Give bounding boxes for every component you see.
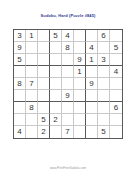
cell-r3c7-given: 1: [86, 54, 98, 66]
cell-r8c8-empty[interactable]: [98, 114, 110, 126]
cell-r2c4-empty[interactable]: [50, 42, 62, 54]
cell-r6c7-empty[interactable]: [86, 90, 98, 102]
cell-r3c8-given: 3: [98, 54, 110, 66]
cell-r5c9-empty[interactable]: [110, 78, 122, 90]
sudoku-sheet: Sudoku, Hard (Puzzle #845) 3154698455913…: [0, 0, 136, 176]
cell-r6c6-empty[interactable]: [74, 90, 86, 102]
cell-r9c9-empty[interactable]: [110, 126, 122, 138]
cell-r7c5-empty[interactable]: [62, 102, 74, 114]
cell-r9c1-given: 4: [14, 126, 26, 138]
cell-r6c8-empty[interactable]: [98, 90, 110, 102]
cell-r5c7-given: 9: [86, 78, 98, 90]
cell-r8c4-given: 2: [50, 114, 62, 126]
cell-r7c7-empty[interactable]: [86, 102, 98, 114]
cell-r5c5-empty[interactable]: [62, 78, 74, 90]
cell-r3c9-empty[interactable]: [110, 54, 122, 66]
cell-r8c7-empty[interactable]: [86, 114, 98, 126]
cell-r8c2-empty[interactable]: [26, 114, 38, 126]
cell-r8c5-empty[interactable]: [62, 114, 74, 126]
cell-r8c6-empty[interactable]: [74, 114, 86, 126]
cell-r3c1-given: 5: [14, 54, 26, 66]
cell-r8c3-given: 5: [38, 114, 50, 126]
cell-r4c7-empty[interactable]: [86, 66, 98, 78]
cell-r6c4-empty[interactable]: [50, 90, 62, 102]
cell-r8c9-empty[interactable]: [110, 114, 122, 126]
cell-r2c2-empty[interactable]: [26, 42, 38, 54]
cell-r6c9-empty[interactable]: [110, 90, 122, 102]
cell-r1c2-given: 1: [26, 30, 38, 42]
cell-r4c6-given: 1: [74, 66, 86, 78]
cell-r5c3-empty[interactable]: [38, 78, 50, 90]
cell-r2c7-given: 4: [86, 42, 98, 54]
cell-r4c9-given: 4: [110, 66, 122, 78]
cell-r9c5-given: 7: [62, 126, 74, 138]
cell-r4c5-empty[interactable]: [62, 66, 74, 78]
cell-r5c8-empty[interactable]: [98, 78, 110, 90]
page-title: Sudoku, Hard (Puzzle #845): [0, 13, 136, 18]
cell-r6c3-empty[interactable]: [38, 90, 50, 102]
cell-r2c9-given: 5: [110, 42, 122, 54]
cell-r9c7-empty[interactable]: [86, 126, 98, 138]
cell-r7c1-empty[interactable]: [14, 102, 26, 114]
cell-r3c3-empty[interactable]: [38, 54, 50, 66]
cell-r9c8-given: 5: [98, 126, 110, 138]
cell-r1c7-empty[interactable]: [86, 30, 98, 42]
cell-r9c3-given: 2: [38, 126, 50, 138]
cell-r6c1-empty[interactable]: [14, 90, 26, 102]
cell-r3c6-given: 9: [74, 54, 86, 66]
cell-r8c1-empty[interactable]: [14, 114, 26, 126]
cell-r2c6-empty[interactable]: [74, 42, 86, 54]
cell-r5c6-empty[interactable]: [74, 78, 86, 90]
cell-r4c3-empty[interactable]: [38, 66, 50, 78]
cell-r1c1-given: 3: [14, 30, 26, 42]
cell-r1c5-given: 4: [62, 30, 74, 42]
cell-r2c1-given: 9: [14, 42, 26, 54]
cell-r6c5-given: 9: [62, 90, 74, 102]
cell-r5c2-given: 7: [26, 78, 38, 90]
cell-r1c8-given: 6: [98, 30, 110, 42]
cell-r6c2-empty[interactable]: [26, 90, 38, 102]
cell-r7c3-empty[interactable]: [38, 102, 50, 114]
cell-r2c5-given: 8: [62, 42, 74, 54]
cell-r9c6-empty[interactable]: [74, 126, 86, 138]
cell-r4c1-empty[interactable]: [14, 66, 26, 78]
footer-url: www.PrintFreeSudoku.com: [0, 166, 136, 170]
cell-r7c2-given: 8: [26, 102, 38, 114]
cell-r3c5-empty[interactable]: [62, 54, 74, 66]
cell-r9c4-empty[interactable]: [50, 126, 62, 138]
cell-r3c2-empty[interactable]: [26, 54, 38, 66]
sudoku-board: 315469845591314879986524275: [13, 29, 123, 139]
cell-r7c4-empty[interactable]: [50, 102, 62, 114]
cell-r5c4-empty[interactable]: [50, 78, 62, 90]
cell-r1c6-empty[interactable]: [74, 30, 86, 42]
cell-r4c8-empty[interactable]: [98, 66, 110, 78]
cell-r2c8-empty[interactable]: [98, 42, 110, 54]
cell-r5c1-given: 8: [14, 78, 26, 90]
cell-r7c6-empty[interactable]: [74, 102, 86, 114]
cell-r3c4-empty[interactable]: [50, 54, 62, 66]
cell-r4c4-empty[interactable]: [50, 66, 62, 78]
cell-r1c9-empty[interactable]: [110, 30, 122, 42]
cell-r7c9-given: 6: [110, 102, 122, 114]
cell-r1c4-given: 5: [50, 30, 62, 42]
cell-r4c2-empty[interactable]: [26, 66, 38, 78]
cell-r9c2-empty[interactable]: [26, 126, 38, 138]
cell-r7c8-empty[interactable]: [98, 102, 110, 114]
cell-r1c3-empty[interactable]: [38, 30, 50, 42]
cell-r2c3-empty[interactable]: [38, 42, 50, 54]
